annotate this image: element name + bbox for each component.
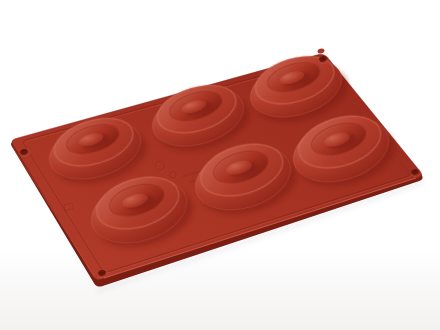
product-photo [0, 0, 440, 330]
mould-scene [0, 0, 440, 330]
